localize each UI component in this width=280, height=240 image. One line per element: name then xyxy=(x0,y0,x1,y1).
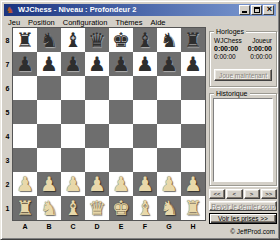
square-g5[interactable] xyxy=(157,100,181,124)
minimize-button[interactable] xyxy=(239,5,250,15)
square-c8[interactable]: ♝ xyxy=(61,28,85,52)
square-g3[interactable] xyxy=(157,148,181,172)
square-d6[interactable] xyxy=(85,76,109,100)
white-knight-g1[interactable]: ♞ xyxy=(160,196,178,220)
engine-main-clock: 0:00:00 xyxy=(214,45,238,52)
last-move-button[interactable]: >> xyxy=(261,189,277,199)
history-legend: Historique xyxy=(214,90,250,98)
square-b1[interactable]: ♞ xyxy=(37,196,61,220)
square-f4[interactable] xyxy=(133,124,157,148)
file-labels: ABCDEFGH xyxy=(13,223,205,232)
black-pawn-d7[interactable]: ♟ xyxy=(88,52,106,76)
square-d3[interactable] xyxy=(85,148,109,172)
rank-labels: 87654321 xyxy=(3,28,12,220)
review-last-move-button[interactable]: Revoir le dernier coup xyxy=(209,201,277,211)
square-c2[interactable]: ♟ xyxy=(61,172,85,196)
close-icon: × xyxy=(264,4,275,15)
file-label-g: G xyxy=(157,223,181,232)
rank-label-3: 3 xyxy=(3,148,12,172)
square-e6[interactable] xyxy=(109,76,133,100)
player-name-label: Joueur xyxy=(252,37,272,44)
black-pawn-h7[interactable]: ♟ xyxy=(184,52,202,76)
square-c6[interactable] xyxy=(61,76,85,100)
square-d8[interactable]: ♛ xyxy=(85,28,109,52)
square-a7[interactable]: ♟ xyxy=(13,52,37,76)
copyright-text: © JeffProd.com xyxy=(230,228,275,235)
square-h2[interactable]: ♟ xyxy=(181,172,205,196)
square-g8[interactable]: ♞ xyxy=(157,28,181,52)
square-b7[interactable]: ♟ xyxy=(37,52,61,76)
square-c4[interactable] xyxy=(61,124,85,148)
wjchess-window: ♞ WJChess - Niveau : Profondeur 2 × JeuP… xyxy=(0,0,280,240)
square-g1[interactable]: ♞ xyxy=(157,196,181,220)
square-f7[interactable]: ♟ xyxy=(133,52,157,76)
app-knight-icon: ♞ xyxy=(6,6,15,15)
white-pawn-b2[interactable]: ♟ xyxy=(40,172,58,196)
first-move-button[interactable]: << xyxy=(209,189,225,199)
square-a1[interactable]: ♜ xyxy=(13,196,37,220)
prev-move-button[interactable]: < xyxy=(226,189,242,199)
file-label-d: D xyxy=(85,223,109,232)
square-a4[interactable] xyxy=(13,124,37,148)
black-knight-b8[interactable]: ♞ xyxy=(40,28,58,52)
white-rook-a1[interactable]: ♜ xyxy=(16,196,34,220)
square-f6[interactable] xyxy=(133,76,157,100)
white-king-e1[interactable]: ♚ xyxy=(112,196,130,220)
white-pawn-a2[interactable]: ♟ xyxy=(16,172,34,196)
square-h4[interactable] xyxy=(181,124,205,148)
square-d2[interactable]: ♟ xyxy=(85,172,109,196)
black-pawn-a7[interactable]: ♟ xyxy=(16,52,34,76)
square-g4[interactable] xyxy=(157,124,181,148)
white-pawn-e2[interactable]: ♟ xyxy=(112,172,130,196)
rank-label-7: 7 xyxy=(3,52,12,76)
black-rook-a8[interactable]: ♜ xyxy=(16,28,34,52)
black-pawn-f7[interactable]: ♟ xyxy=(136,52,154,76)
square-a6[interactable] xyxy=(13,76,37,100)
white-bishop-f1[interactable]: ♝ xyxy=(136,196,154,220)
square-f2[interactable]: ♟ xyxy=(133,172,157,196)
white-pawn-g2[interactable]: ♟ xyxy=(160,172,178,196)
file-label-b: B xyxy=(37,223,61,232)
rank-label-2: 2 xyxy=(3,172,12,196)
white-pawn-h2[interactable]: ♟ xyxy=(184,172,202,196)
chess-board[interactable]: ♜♞♝♛♚♝♞♜♟♟♟♟♟♟♟♟♟♟♟♟♟♟♟♟♜♞♝♛♚♝♞♜ xyxy=(12,27,206,221)
history-groupbox: Historique xyxy=(209,93,277,186)
white-knight-b1[interactable]: ♞ xyxy=(40,196,58,220)
square-f5[interactable] xyxy=(133,100,157,124)
rank-label-8: 8 xyxy=(3,28,12,52)
square-c3[interactable] xyxy=(61,148,85,172)
player-sub-clock: 0:00:00 xyxy=(250,53,272,60)
square-f3[interactable] xyxy=(133,148,157,172)
square-e3[interactable] xyxy=(109,148,133,172)
square-e4[interactable] xyxy=(109,124,133,148)
square-a8[interactable]: ♜ xyxy=(13,28,37,52)
square-d5[interactable] xyxy=(85,100,109,124)
play-now-button[interactable]: Joue maintenant xyxy=(214,69,272,81)
file-label-a: A xyxy=(13,223,37,232)
show-captures-button[interactable]: Voir les prises >> xyxy=(209,213,277,224)
rank-label-5: 5 xyxy=(3,100,12,124)
square-h5[interactable] xyxy=(181,100,205,124)
square-f1[interactable]: ♝ xyxy=(133,196,157,220)
white-queen-d1[interactable]: ♛ xyxy=(88,196,106,220)
white-rook-h1[interactable]: ♜ xyxy=(184,196,202,220)
rank-label-6: 6 xyxy=(3,76,12,100)
maximize-button[interactable] xyxy=(251,5,262,15)
move-history-list[interactable] xyxy=(213,98,273,182)
close-button[interactable]: × xyxy=(263,5,274,15)
minimize-icon xyxy=(242,11,247,13)
square-a3[interactable] xyxy=(13,148,37,172)
square-c1[interactable]: ♝ xyxy=(61,196,85,220)
file-label-h: H xyxy=(181,223,205,232)
square-g7[interactable]: ♟ xyxy=(157,52,181,76)
square-g2[interactable]: ♟ xyxy=(157,172,181,196)
next-move-button[interactable]: > xyxy=(244,189,260,199)
square-h7[interactable]: ♟ xyxy=(181,52,205,76)
clocks-groupbox: Horloges WJChess Joueur 0:00:00 0:00:00 … xyxy=(209,31,277,87)
square-b8[interactable]: ♞ xyxy=(37,28,61,52)
title-bar[interactable]: ♞ WJChess - Niveau : Profondeur 2 × xyxy=(4,4,276,16)
square-b3[interactable] xyxy=(37,148,61,172)
file-label-e: E xyxy=(109,223,133,232)
square-h1[interactable]: ♜ xyxy=(181,196,205,220)
square-g6[interactable] xyxy=(157,76,181,100)
square-h6[interactable] xyxy=(181,76,205,100)
square-a5[interactable] xyxy=(13,100,37,124)
black-knight-g8[interactable]: ♞ xyxy=(160,28,178,52)
square-e1[interactable]: ♚ xyxy=(109,196,133,220)
maximize-icon xyxy=(254,7,260,13)
black-pawn-g7[interactable]: ♟ xyxy=(160,52,178,76)
black-bishop-f8[interactable]: ♝ xyxy=(136,28,154,52)
square-h3[interactable] xyxy=(181,148,205,172)
square-c5[interactable] xyxy=(61,100,85,124)
white-pawn-f2[interactable]: ♟ xyxy=(136,172,154,196)
board-grid: ♜♞♝♛♚♝♞♜♟♟♟♟♟♟♟♟♟♟♟♟♟♟♟♟♜♞♝♛♚♝♞♜ xyxy=(13,28,205,220)
square-b2[interactable]: ♟ xyxy=(37,172,61,196)
history-nav: <<<>>> xyxy=(209,189,277,199)
black-rook-h8[interactable]: ♜ xyxy=(184,28,202,52)
square-e8[interactable]: ♚ xyxy=(109,28,133,52)
black-pawn-b7[interactable]: ♟ xyxy=(40,52,58,76)
clocks-legend: Horloges xyxy=(214,28,246,36)
engine-sub-clock: 0:00:00 xyxy=(214,53,236,60)
rank-label-1: 1 xyxy=(3,196,12,220)
square-b4[interactable] xyxy=(37,124,61,148)
rank-label-4: 4 xyxy=(3,124,12,148)
square-b5[interactable] xyxy=(37,100,61,124)
file-label-f: F xyxy=(133,223,157,232)
black-king-e8[interactable]: ♚ xyxy=(112,28,130,52)
square-e7[interactable]: ♟ xyxy=(109,52,133,76)
engine-name-label: WJChess xyxy=(214,37,242,44)
white-bishop-c1[interactable]: ♝ xyxy=(64,196,82,220)
square-d1[interactable]: ♛ xyxy=(85,196,109,220)
file-label-c: C xyxy=(61,223,85,232)
square-f8[interactable]: ♝ xyxy=(133,28,157,52)
square-h8[interactable]: ♜ xyxy=(181,28,205,52)
square-b6[interactable] xyxy=(37,76,61,100)
black-bishop-c8[interactable]: ♝ xyxy=(64,28,82,52)
square-d7[interactable]: ♟ xyxy=(85,52,109,76)
square-e2[interactable]: ♟ xyxy=(109,172,133,196)
player-main-clock: 0:00:00 xyxy=(248,45,272,52)
black-pawn-e7[interactable]: ♟ xyxy=(112,52,130,76)
square-c7[interactable]: ♟ xyxy=(61,52,85,76)
black-queen-d8[interactable]: ♛ xyxy=(88,28,106,52)
black-pawn-c7[interactable]: ♟ xyxy=(64,52,82,76)
white-pawn-c2[interactable]: ♟ xyxy=(64,172,82,196)
square-e5[interactable] xyxy=(109,100,133,124)
window-title: WJChess - Niveau : Profondeur 2 xyxy=(18,4,238,16)
white-pawn-d2[interactable]: ♟ xyxy=(88,172,106,196)
square-a2[interactable]: ♟ xyxy=(13,172,37,196)
square-d4[interactable] xyxy=(85,124,109,148)
